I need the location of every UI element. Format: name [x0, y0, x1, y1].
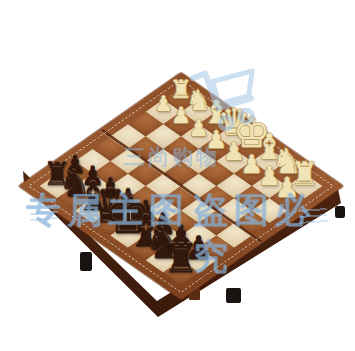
watermark-stripes-left — [30, 204, 59, 221]
watermark-right-text: 盗图必究 — [193, 187, 355, 281]
watermark-brand-text: 三尚购物 — [124, 143, 220, 171]
watermark-cart-icon — [183, 55, 267, 145]
board-clasp-left — [80, 252, 92, 271]
board-clasp-bottom — [226, 288, 241, 303]
watermark-stripes-right — [299, 207, 328, 224]
product-photo: ♜♞♝♛♚♝♞♜♟♟♟♟♟♟♟♟♟♟♟♟♟♟♟♟♜♞♝♛♚♝♞♜ 三尚购物 专属… — [0, 0, 355, 351]
